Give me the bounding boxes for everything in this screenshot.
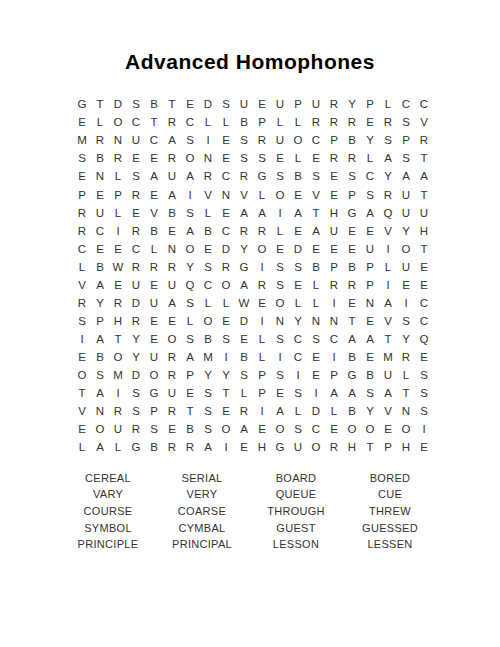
grid-cell-r14c18: T [379, 331, 397, 349]
grid-cell-r11c2: A [91, 276, 109, 294]
grid-cell-r1c7: E [181, 96, 199, 114]
grid-cell-r6c1: P [73, 186, 91, 204]
grid-cell-r5c10: R [235, 168, 253, 186]
grid-cell-r2c7: C [181, 114, 199, 132]
grid-cell-r3c8: I [199, 132, 217, 150]
word-list: CEREALSERIALBOARDBOREDVARYVERYQUEUECUECO… [61, 470, 437, 553]
grid-cell-r14c17: A [361, 331, 379, 349]
grid-cell-r8c3: I [109, 222, 127, 240]
grid-cell-r17c13: S [289, 385, 307, 403]
grid-cell-r11c9: O [217, 276, 235, 294]
grid-cell-r1c2: T [91, 96, 109, 114]
grid-cell-r15c16: B [343, 349, 361, 367]
grid-cell-r11c18: I [379, 276, 397, 294]
grid-cell-r8c5: B [145, 222, 163, 240]
grid-cell-r20c1: L [73, 439, 91, 457]
grid-cell-r13c19: S [397, 313, 415, 331]
grid-cell-r7c10: A [235, 204, 253, 222]
word-list-item: BORED [343, 470, 437, 487]
grid-cell-r6c15: E [325, 186, 343, 204]
grid-cell-r3c5: C [145, 132, 163, 150]
grid-cell-r13c20: C [415, 313, 433, 331]
grid-cell-r19c6: E [163, 421, 181, 439]
grid-cell-r18c14: D [307, 403, 325, 421]
grid-cell-r18c3: R [109, 403, 127, 421]
grid-cell-r11c17: P [361, 276, 379, 294]
grid-cell-r17c10: L [235, 385, 253, 403]
grid-cell-r11c8: C [199, 276, 217, 294]
grid-cell-r10c16: B [343, 258, 361, 276]
grid-cell-r1c1: G [73, 96, 91, 114]
grid-cell-r5c6: U [163, 168, 181, 186]
grid-cell-r12c17: N [361, 295, 379, 313]
grid-cell-r5c2: N [91, 168, 109, 186]
grid-cell-r6c7: I [181, 186, 199, 204]
grid-cell-r9c5: L [145, 240, 163, 258]
word-list-item: THROUGH [249, 503, 343, 520]
grid-cell-r5c8: R [199, 168, 217, 186]
grid-cell-r13c4: R [127, 313, 145, 331]
grid-cell-r8c18: V [379, 222, 397, 240]
grid-cell-r16c12: S [271, 367, 289, 385]
grid-cell-r16c17: B [361, 367, 379, 385]
word-list-item: PRINCIPLE [61, 536, 155, 553]
grid-cell-r6c9: N [217, 186, 235, 204]
grid-cell-r18c13: L [289, 403, 307, 421]
grid-cell-r20c11: H [253, 439, 271, 457]
grid-cell-r8c4: R [127, 222, 145, 240]
grid-cell-r2c12: L [271, 114, 289, 132]
word-list-item: LESSEN [343, 536, 437, 553]
grid-cell-r10c15: P [325, 258, 343, 276]
grid-cell-r8c16: E [343, 222, 361, 240]
grid-cell-r9c3: E [109, 240, 127, 258]
grid-cell-r4c13: L [289, 150, 307, 168]
grid-cell-r15c3: O [109, 349, 127, 367]
grid-cell-r6c14: V [307, 186, 325, 204]
grid-cell-r19c19: O [397, 421, 415, 439]
grid-cell-r4c9: E [217, 150, 235, 168]
grid-cell-r2c2: L [91, 114, 109, 132]
grid-cell-r12c11: E [253, 295, 271, 313]
grid-cell-r10c20: E [415, 258, 433, 276]
grid-cell-r10c17: P [361, 258, 379, 276]
grid-cell-r12c10: W [235, 295, 253, 313]
grid-cell-r19c15: E [325, 421, 343, 439]
page-title: Advanced Homophones [0, 50, 500, 74]
grid-cell-r2c8: L [199, 114, 217, 132]
grid-cell-r14c10: E [235, 331, 253, 349]
grid-cell-r5c20: A [415, 168, 433, 186]
grid-cell-r16c16: G [343, 367, 361, 385]
grid-cell-r19c14: C [307, 421, 325, 439]
grid-cell-r1c17: P [361, 96, 379, 114]
grid-cell-r11c1: V [73, 276, 91, 294]
grid-cell-r5c11: G [253, 168, 271, 186]
grid-cell-r1c16: Y [343, 96, 361, 114]
grid-cell-r6c6: A [163, 186, 181, 204]
grid-cell-r5c13: B [289, 168, 307, 186]
grid-cell-r4c7: O [181, 150, 199, 168]
grid-cell-r20c18: P [379, 439, 397, 457]
grid-cell-r14c8: B [199, 331, 217, 349]
grid-cell-r3c20: R [415, 132, 433, 150]
grid-cell-r13c7: L [181, 313, 199, 331]
grid-cell-r9c6: N [163, 240, 181, 258]
grid-cell-r14c16: A [343, 331, 361, 349]
grid-cell-r18c16: B [343, 403, 361, 421]
grid-cell-r1c14: U [307, 96, 325, 114]
grid-cell-r20c19: H [397, 439, 415, 457]
grid-cell-r4c10: S [235, 150, 253, 168]
grid-cell-r7c3: L [109, 204, 127, 222]
grid-cell-r6c16: P [343, 186, 361, 204]
grid-cell-r14c5: E [145, 331, 163, 349]
grid-cell-r14c3: T [109, 331, 127, 349]
grid-cell-r17c3: I [109, 385, 127, 403]
grid-cell-r20c8: A [199, 439, 217, 457]
grid-cell-r2c18: R [379, 114, 397, 132]
grid-cell-r7c19: U [397, 204, 415, 222]
grid-cell-r7c20: U [415, 204, 433, 222]
grid-cell-r4c4: E [127, 150, 145, 168]
grid-cell-r19c4: R [127, 421, 145, 439]
grid-cell-r17c14: I [307, 385, 325, 403]
grid-cell-r4c14: E [307, 150, 325, 168]
grid-cell-r4c15: R [325, 150, 343, 168]
word-list-item: GUESSED [343, 520, 437, 537]
grid-cell-r13c16: T [343, 313, 361, 331]
grid-cell-r9c8: E [199, 240, 217, 258]
grid-cell-r13c1: S [73, 313, 91, 331]
grid-cell-r8c8: B [199, 222, 217, 240]
grid-cell-r15c13: C [289, 349, 307, 367]
grid-cell-r11c14: L [307, 276, 325, 294]
grid-cell-r7c2: U [91, 204, 109, 222]
grid-cell-r14c7: S [181, 331, 199, 349]
grid-cell-r3c10: S [235, 132, 253, 150]
grid-cell-r1c18: L [379, 96, 397, 114]
grid-cell-r19c13: S [289, 421, 307, 439]
grid-cell-r18c12: A [271, 403, 289, 421]
grid-cell-r10c2: B [91, 258, 109, 276]
grid-cell-r10c12: S [271, 258, 289, 276]
word-list-item: VERY [155, 487, 249, 504]
grid-cell-r7c4: E [127, 204, 145, 222]
grid-cell-r5c14: S [307, 168, 325, 186]
grid-cell-r12c16: E [343, 295, 361, 313]
word-list-item: CUE [343, 487, 437, 504]
grid-cell-r3c16: B [343, 132, 361, 150]
grid-cell-r17c20: S [415, 385, 433, 403]
grid-cell-r11c4: U [127, 276, 145, 294]
grid-cell-r16c11: P [253, 367, 271, 385]
grid-cell-r10c14: B [307, 258, 325, 276]
grid-cell-r11c13: E [289, 276, 307, 294]
grid-cell-r3c6: A [163, 132, 181, 150]
grid-cell-r17c5: G [145, 385, 163, 403]
grid-cell-r13c14: N [307, 313, 325, 331]
grid-cell-r14c12: S [271, 331, 289, 349]
grid-cell-r9c20: T [415, 240, 433, 258]
grid-cell-r14c11: L [253, 331, 271, 349]
grid-cell-r3c3: N [109, 132, 127, 150]
grid-cell-r5c19: A [397, 168, 415, 186]
grid-cell-r20c5: B [145, 439, 163, 457]
grid-cell-r8c12: L [271, 222, 289, 240]
grid-cell-r15c5: U [145, 349, 163, 367]
grid-cell-r10c10: G [235, 258, 253, 276]
grid-cell-r19c11: E [253, 421, 271, 439]
grid-cell-r5c3: L [109, 168, 127, 186]
grid-cell-r8c15: U [325, 222, 343, 240]
word-list-item: VARY [61, 487, 155, 504]
grid-cell-r18c2: N [91, 403, 109, 421]
grid-cell-r3c17: Y [361, 132, 379, 150]
grid-cell-r2c13: L [289, 114, 307, 132]
grid-cell-r4c3: R [109, 150, 127, 168]
grid-cell-r17c7: E [181, 385, 199, 403]
grid-cell-r1c11: E [253, 96, 271, 114]
grid-cell-r16c7: P [181, 367, 199, 385]
grid-cell-r6c3: P [109, 186, 127, 204]
grid-cell-r16c5: O [145, 367, 163, 385]
grid-cell-r4c8: N [199, 150, 217, 168]
grid-cell-r12c15: I [325, 295, 343, 313]
grid-cell-r17c1: T [73, 385, 91, 403]
grid-cell-r14c6: O [163, 331, 181, 349]
grid-cell-r12c18: A [379, 295, 397, 313]
grid-cell-r11c10: A [235, 276, 253, 294]
word-list-item: COARSE [155, 503, 249, 520]
grid-cell-r7c13: A [289, 204, 307, 222]
grid-cell-r1c13: P [289, 96, 307, 114]
grid-cell-r6c12: O [271, 186, 289, 204]
word-list-item: THREW [343, 503, 437, 520]
grid-cell-r8c7: A [181, 222, 199, 240]
grid-cell-r15c14: E [307, 349, 325, 367]
grid-cell-r3c14: C [307, 132, 325, 150]
grid-cell-r19c18: E [379, 421, 397, 439]
grid-cell-r7c15: H [325, 204, 343, 222]
grid-cell-r16c9: Y [217, 367, 235, 385]
grid-cell-r3c9: E [217, 132, 235, 150]
grid-cell-r15c15: I [325, 349, 343, 367]
grid-cell-r17c6: U [163, 385, 181, 403]
grid-cell-r7c14: T [307, 204, 325, 222]
grid-cell-r8c20: H [415, 222, 433, 240]
grid-cell-r2c10: B [235, 114, 253, 132]
grid-cell-r18c4: S [127, 403, 145, 421]
grid-cell-r13c18: V [379, 313, 397, 331]
grid-cell-r4c5: E [145, 150, 163, 168]
grid-cell-r9c19: O [397, 240, 415, 258]
grid-cell-r11c7: Q [181, 276, 199, 294]
grid-cell-r10c4: R [127, 258, 145, 276]
grid-cell-r12c12: O [271, 295, 289, 313]
grid-cell-r9c14: E [307, 240, 325, 258]
grid-cell-r20c6: R [163, 439, 181, 457]
grid-cell-r12c2: Y [91, 295, 109, 313]
grid-cell-r1c4: S [127, 96, 145, 114]
grid-cell-r6c2: E [91, 186, 109, 204]
grid-cell-r16c4: D [127, 367, 145, 385]
grid-cell-r13c5: E [145, 313, 163, 331]
grid-cell-r8c17: E [361, 222, 379, 240]
grid-cell-r7c9: E [217, 204, 235, 222]
grid-cell-r19c17: O [361, 421, 379, 439]
grid-cell-r12c19: I [397, 295, 415, 313]
grid-cell-r13c3: H [109, 313, 127, 331]
grid-cell-r14c15: C [325, 331, 343, 349]
grid-cell-r18c19: N [397, 403, 415, 421]
grid-cell-r18c11: I [253, 403, 271, 421]
grid-cell-r16c6: R [163, 367, 181, 385]
grid-cell-r12c1: R [73, 295, 91, 313]
grid-cell-r20c10: E [235, 439, 253, 457]
word-list-item: GUEST [249, 520, 343, 537]
grid-cell-r10c9: R [217, 258, 235, 276]
grid-cell-r8c1: R [73, 222, 91, 240]
grid-cell-r6c10: V [235, 186, 253, 204]
grid-cell-r2c14: R [307, 114, 325, 132]
grid-cell-r9c2: E [91, 240, 109, 258]
grid-cell-r5c17: C [361, 168, 379, 186]
word-list-item: PRINCIPAL [155, 536, 249, 553]
grid-cell-r4c6: R [163, 150, 181, 168]
grid-cell-r18c7: T [181, 403, 199, 421]
grid-cell-r4c2: B [91, 150, 109, 168]
grid-cell-r12c6: A [163, 295, 181, 313]
grid-cell-r20c9: I [217, 439, 235, 457]
grid-cell-r16c2: S [91, 367, 109, 385]
grid-cell-r3c4: U [127, 132, 145, 150]
grid-cell-r7c17: A [361, 204, 379, 222]
grid-cell-r20c15: R [325, 439, 343, 457]
grid-cell-r15c2: B [91, 349, 109, 367]
grid-cell-r15c8: M [199, 349, 217, 367]
grid-cell-r15c10: B [235, 349, 253, 367]
grid-cell-r9c18: I [379, 240, 397, 258]
grid-cell-r20c3: L [109, 439, 127, 457]
grid-cell-r13c11: I [253, 313, 271, 331]
grid-cell-r1c20: C [415, 96, 433, 114]
grid-cell-r10c13: S [289, 258, 307, 276]
grid-cell-r6c20: T [415, 186, 433, 204]
word-list-item: COURSE [61, 503, 155, 520]
grid-cell-r11c20: E [415, 276, 433, 294]
grid-cell-r15c1: E [73, 349, 91, 367]
grid-cell-r8c19: Y [397, 222, 415, 240]
grid-cell-r12c14: L [307, 295, 325, 313]
grid-cell-r11c12: S [271, 276, 289, 294]
grid-cell-r3c12: U [271, 132, 289, 150]
grid-cell-r9c15: E [325, 240, 343, 258]
grid-cell-r8c10: R [235, 222, 253, 240]
grid-cell-r17c18: A [379, 385, 397, 403]
grid-cell-r20c12: G [271, 439, 289, 457]
grid-cell-r12c5: U [145, 295, 163, 313]
grid-cell-r20c14: O [307, 439, 325, 457]
grid-cell-r18c1: V [73, 403, 91, 421]
grid-cell-r20c4: G [127, 439, 145, 457]
grid-cell-r13c17: E [361, 313, 379, 331]
grid-cell-r1c15: R [325, 96, 343, 114]
grid-cell-r18c6: R [163, 403, 181, 421]
grid-cell-r11c3: E [109, 276, 127, 294]
grid-cell-r19c10: A [235, 421, 253, 439]
grid-cell-r14c13: C [289, 331, 307, 349]
grid-cell-r4c16: R [343, 150, 361, 168]
grid-cell-r5c18: Y [379, 168, 397, 186]
grid-cell-r4c20: T [415, 150, 433, 168]
grid-cell-r20c17: T [361, 439, 379, 457]
grid-cell-r19c16: O [343, 421, 361, 439]
grid-cell-r2c19: S [397, 114, 415, 132]
grid-cell-r7c5: V [145, 204, 163, 222]
grid-cell-r18c15: L [325, 403, 343, 421]
grid-cell-r13c13: Y [289, 313, 307, 331]
grid-cell-r5c1: E [73, 168, 91, 186]
grid-cell-r13c10: D [235, 313, 253, 331]
grid-cell-r2c20: V [415, 114, 433, 132]
grid-cell-r8c2: C [91, 222, 109, 240]
grid-cell-r4c11: S [253, 150, 271, 168]
grid-cell-r8c9: C [217, 222, 235, 240]
grid-cell-r9c1: C [73, 240, 91, 258]
grid-cell-r16c8: Y [199, 367, 217, 385]
grid-cell-r17c2: A [91, 385, 109, 403]
grid-cell-r2c17: E [361, 114, 379, 132]
grid-cell-r2c16: R [343, 114, 361, 132]
grid-cell-r16c10: S [235, 367, 253, 385]
grid-cell-r17c9: T [217, 385, 235, 403]
grid-cell-r13c2: P [91, 313, 109, 331]
grid-cell-r4c18: A [379, 150, 397, 168]
grid-cell-r15c4: Y [127, 349, 145, 367]
grid-cell-r5c16: S [343, 168, 361, 186]
grid-cell-r13c12: N [271, 313, 289, 331]
grid-cell-r3c19: P [397, 132, 415, 150]
grid-cell-r20c13: U [289, 439, 307, 457]
grid-cell-r10c1: L [73, 258, 91, 276]
grid-cell-r15c17: E [361, 349, 379, 367]
grid-cell-r20c16: H [343, 439, 361, 457]
grid-cell-r5c9: C [217, 168, 235, 186]
grid-cell-r17c8: S [199, 385, 217, 403]
grid-cell-r9c10: Y [235, 240, 253, 258]
grid-cell-r9c9: D [217, 240, 235, 258]
grid-cell-r1c19: C [397, 96, 415, 114]
grid-cell-r15c19: R [397, 349, 415, 367]
grid-cell-r20c7: R [181, 439, 199, 457]
grid-cell-r11c16: R [343, 276, 361, 294]
grid-cell-r15c18: M [379, 349, 397, 367]
word-list-item: BOARD [249, 470, 343, 487]
grid-cell-r18c17: Y [361, 403, 379, 421]
grid-cell-r19c9: O [217, 421, 235, 439]
grid-cell-r12c9: L [217, 295, 235, 313]
grid-cell-r12c3: R [109, 295, 127, 313]
grid-cell-r16c15: P [325, 367, 343, 385]
word-list-item: LESSON [249, 536, 343, 553]
grid-cell-r12c13: L [289, 295, 307, 313]
grid-cell-r2c3: O [109, 114, 127, 132]
grid-cell-r8c11: R [253, 222, 271, 240]
puzzle-page: Advanced Homophones GTDSBTEDSUEUPURYPLCC… [0, 0, 500, 647]
word-list-item: CEREAL [61, 470, 155, 487]
grid-cell-r15c7: A [181, 349, 199, 367]
